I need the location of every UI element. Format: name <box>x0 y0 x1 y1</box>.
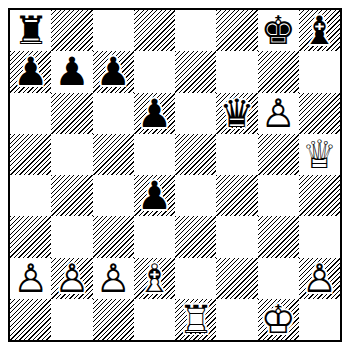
square-g1[interactable]: ♚♔ <box>258 299 299 340</box>
square-f6[interactable]: ♛ <box>216 93 257 134</box>
square-c4[interactable] <box>93 175 134 216</box>
square-d1[interactable] <box>134 299 175 340</box>
square-g5[interactable] <box>258 134 299 175</box>
square-c7[interactable]: ♟ <box>93 51 134 92</box>
square-b5[interactable] <box>51 134 92 175</box>
square-g6[interactable]: ♟♙ <box>258 93 299 134</box>
square-c8[interactable] <box>93 10 134 51</box>
square-b2[interactable]: ♟♙ <box>51 258 92 299</box>
black-pawn: ♟ <box>93 51 134 92</box>
black-pawn: ♟ <box>134 93 175 134</box>
square-b7[interactable]: ♟ <box>51 51 92 92</box>
white-queen: ♛♕ <box>299 134 340 175</box>
square-e2[interactable] <box>175 258 216 299</box>
square-d6[interactable]: ♟ <box>134 93 175 134</box>
square-e7[interactable] <box>175 51 216 92</box>
square-b6[interactable] <box>51 93 92 134</box>
square-h5[interactable]: ♛♕ <box>299 134 340 175</box>
square-d4[interactable]: ♟ <box>134 175 175 216</box>
square-h6[interactable] <box>299 93 340 134</box>
square-h4[interactable] <box>299 175 340 216</box>
black-bishop: ♝ <box>299 10 340 51</box>
square-c6[interactable] <box>93 93 134 134</box>
square-g2[interactable] <box>258 258 299 299</box>
square-a8[interactable]: ♜ <box>10 10 51 51</box>
square-d2[interactable]: ♝♗ <box>134 258 175 299</box>
black-pawn: ♟ <box>134 175 175 216</box>
square-a6[interactable] <box>10 93 51 134</box>
black-pawn: ♟ <box>51 51 92 92</box>
square-g3[interactable] <box>258 216 299 257</box>
square-e1[interactable]: ♜♖ <box>175 299 216 340</box>
white-rook: ♜♖ <box>175 299 216 340</box>
square-h1[interactable] <box>299 299 340 340</box>
square-f5[interactable] <box>216 134 257 175</box>
white-bishop-glyph: ♗ <box>134 258 175 299</box>
white-pawn: ♟♙ <box>299 258 340 299</box>
chess-board: ♜♚♝♟♟♟♟♛♟♙♛♕♟♟♙♟♙♟♙♝♗♟♙♜♖♚♔ <box>10 10 340 340</box>
square-e8[interactable] <box>175 10 216 51</box>
diagram-page: ♜♚♝♟♟♟♟♛♟♙♛♕♟♟♙♟♙♟♙♝♗♟♙♜♖♚♔ <box>0 0 350 350</box>
black-queen: ♛ <box>216 93 257 134</box>
white-queen-glyph: ♕ <box>299 134 340 175</box>
square-f1[interactable] <box>216 299 257 340</box>
square-e5[interactable] <box>175 134 216 175</box>
black-king: ♚ <box>258 10 299 51</box>
white-pawn-glyph: ♙ <box>299 258 340 299</box>
square-b4[interactable] <box>51 175 92 216</box>
white-king: ♚♔ <box>258 299 299 340</box>
square-a2[interactable]: ♟♙ <box>10 258 51 299</box>
square-b3[interactable] <box>51 216 92 257</box>
square-c2[interactable]: ♟♙ <box>93 258 134 299</box>
square-c3[interactable] <box>93 216 134 257</box>
white-pawn-glyph: ♙ <box>258 93 299 134</box>
white-pawn: ♟♙ <box>258 93 299 134</box>
square-d7[interactable] <box>134 51 175 92</box>
square-e4[interactable] <box>175 175 216 216</box>
square-a7[interactable]: ♟ <box>10 51 51 92</box>
square-h8[interactable]: ♝ <box>299 10 340 51</box>
square-h3[interactable] <box>299 216 340 257</box>
white-pawn-glyph: ♙ <box>10 258 51 299</box>
black-pawn: ♟ <box>10 51 51 92</box>
white-pawn: ♟♙ <box>10 258 51 299</box>
square-d5[interactable] <box>134 134 175 175</box>
square-g8[interactable]: ♚ <box>258 10 299 51</box>
square-f4[interactable] <box>216 175 257 216</box>
black-rook: ♜ <box>10 10 51 51</box>
square-f7[interactable] <box>216 51 257 92</box>
square-g4[interactable] <box>258 175 299 216</box>
white-pawn-glyph: ♙ <box>51 258 92 299</box>
white-pawn-glyph: ♙ <box>93 258 134 299</box>
white-pawn: ♟♙ <box>93 258 134 299</box>
square-d8[interactable] <box>134 10 175 51</box>
square-c1[interactable] <box>93 299 134 340</box>
square-d3[interactable] <box>134 216 175 257</box>
square-e3[interactable] <box>175 216 216 257</box>
square-c5[interactable] <box>93 134 134 175</box>
square-a5[interactable] <box>10 134 51 175</box>
square-f8[interactable] <box>216 10 257 51</box>
square-h2[interactable]: ♟♙ <box>299 258 340 299</box>
square-b1[interactable] <box>51 299 92 340</box>
white-king-glyph: ♔ <box>258 299 299 340</box>
square-a1[interactable] <box>10 299 51 340</box>
square-f3[interactable] <box>216 216 257 257</box>
square-g7[interactable] <box>258 51 299 92</box>
white-rook-glyph: ♖ <box>175 299 216 340</box>
white-bishop: ♝♗ <box>134 258 175 299</box>
chess-board-frame: ♜♚♝♟♟♟♟♛♟♙♛♕♟♟♙♟♙♟♙♝♗♟♙♜♖♚♔ <box>8 8 342 342</box>
square-a4[interactable] <box>10 175 51 216</box>
square-h7[interactable] <box>299 51 340 92</box>
square-a3[interactable] <box>10 216 51 257</box>
square-b8[interactable] <box>51 10 92 51</box>
square-f2[interactable] <box>216 258 257 299</box>
square-e6[interactable] <box>175 93 216 134</box>
white-pawn: ♟♙ <box>51 258 92 299</box>
